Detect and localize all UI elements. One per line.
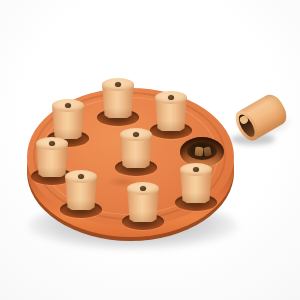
peg-NW[interactable] (52, 99, 84, 139)
product-photo-stage (0, 0, 300, 300)
loose-peg-inner-wall-highlight (238, 114, 249, 125)
peg-top-hole-icon (65, 103, 71, 108)
peg-top (36, 137, 68, 150)
peg-C[interactable] (120, 128, 152, 168)
peg-top (120, 128, 152, 141)
peg-W[interactable] (36, 137, 68, 177)
peg-top (52, 99, 84, 112)
peg-top-hole-icon (140, 186, 146, 191)
peg-top-hole-icon (115, 82, 121, 87)
peg-top-hole-icon (133, 132, 139, 137)
peg-top-hole-icon (49, 141, 55, 146)
peg-top (127, 182, 159, 195)
peg-top (65, 170, 97, 183)
peg-SE[interactable] (180, 163, 212, 203)
peg-NE[interactable] (155, 91, 187, 131)
peg-top-hole-icon (78, 174, 84, 179)
peg-N[interactable] (102, 78, 134, 118)
peg-top (180, 163, 212, 176)
peg-top-hole-icon (193, 167, 199, 172)
peg-top (155, 91, 187, 104)
peg-S[interactable] (127, 182, 159, 222)
peg-top (102, 78, 134, 91)
peg-SW[interactable] (65, 170, 97, 210)
peg-top-hole-icon (168, 95, 174, 100)
treat-piece (195, 147, 204, 157)
